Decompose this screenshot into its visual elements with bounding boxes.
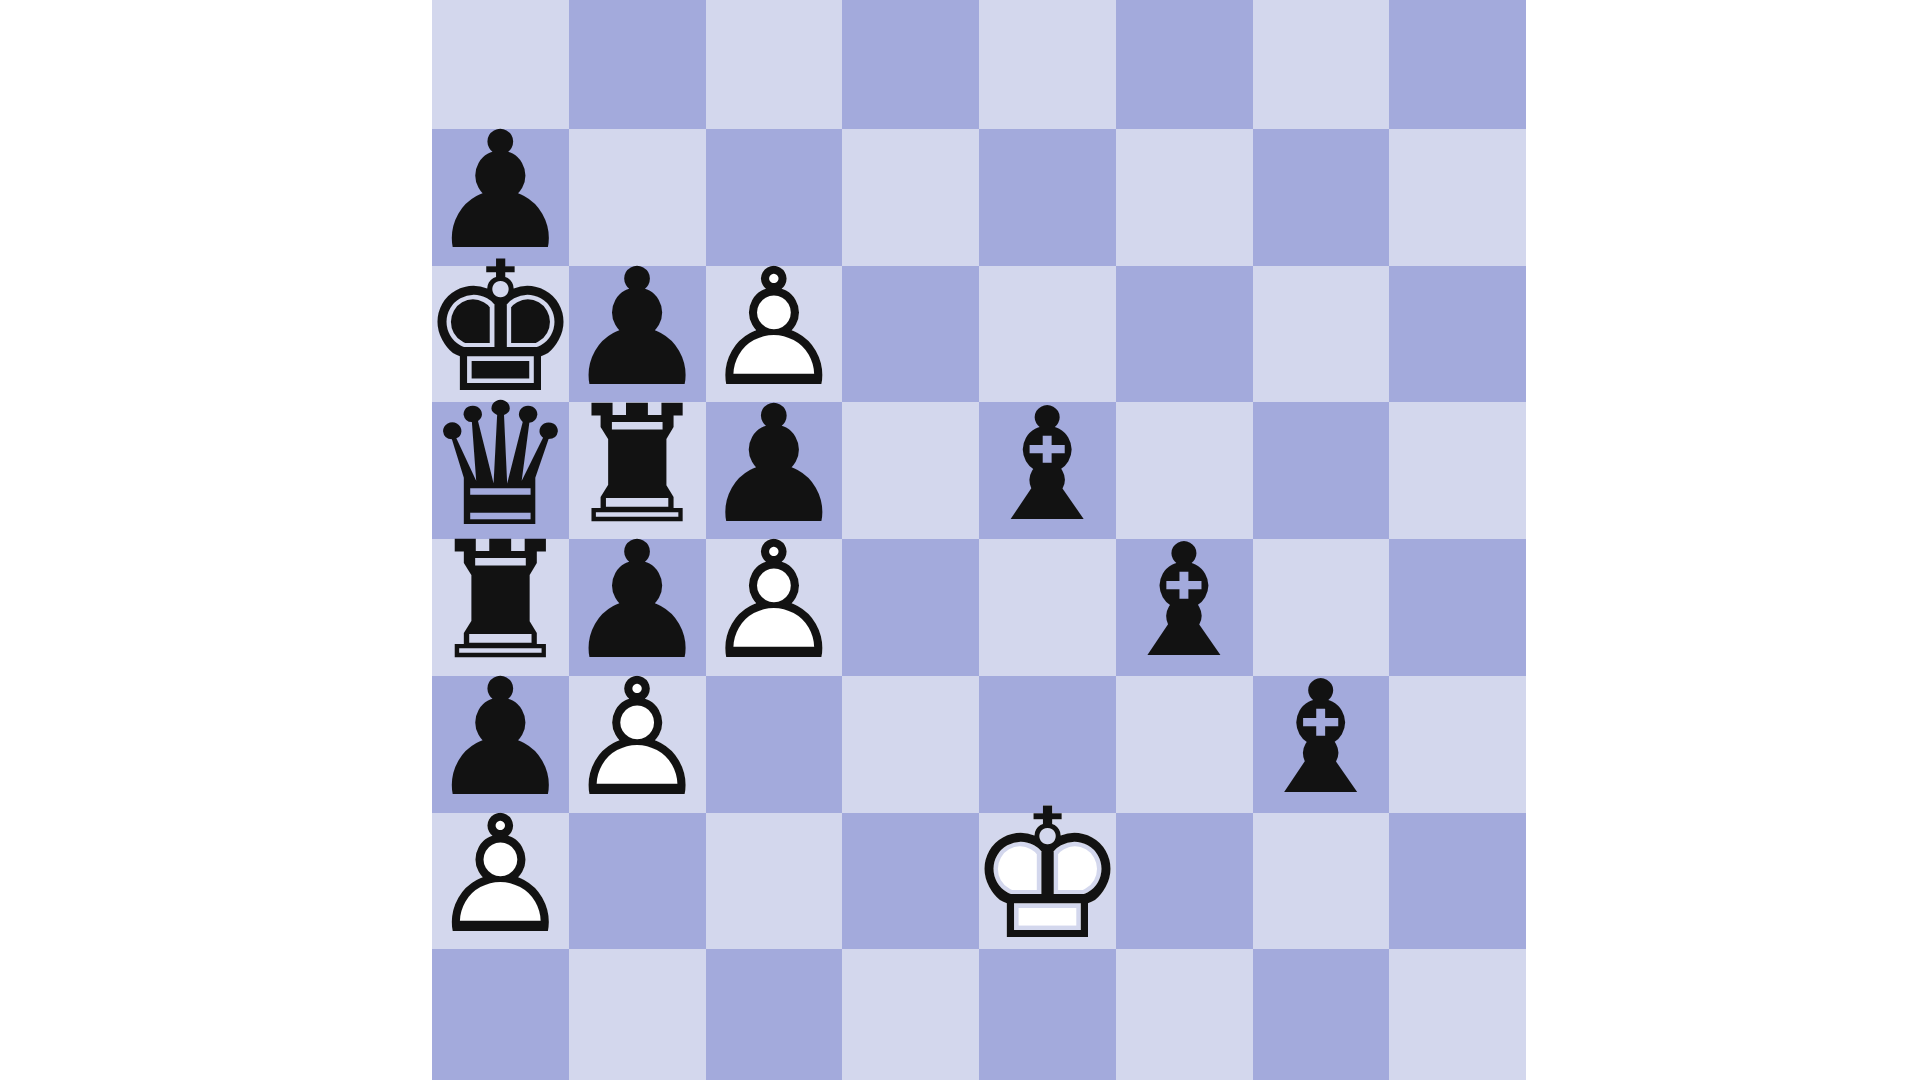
square-f1[interactable] <box>1116 949 1253 1080</box>
square-c2[interactable] <box>706 813 843 950</box>
square-d8[interactable] <box>842 0 979 129</box>
square-d2[interactable] <box>842 813 979 950</box>
square-g8[interactable] <box>1253 0 1390 129</box>
square-h6[interactable] <box>1389 266 1526 403</box>
square-d3[interactable] <box>842 676 979 813</box>
white-pawn-outline: ♙ <box>706 533 843 670</box>
square-f8[interactable] <box>1116 0 1253 129</box>
square-d4[interactable] <box>842 539 979 676</box>
square-d1[interactable] <box>842 949 979 1080</box>
square-h8[interactable] <box>1389 0 1526 129</box>
square-f3[interactable] <box>1116 676 1253 813</box>
square-h7[interactable] <box>1389 129 1526 266</box>
piece-black-bishop[interactable]: ♝ <box>1116 533 1253 670</box>
piece-black-bishop[interactable]: ♝ <box>979 396 1116 533</box>
square-c8[interactable] <box>706 0 843 129</box>
square-b2[interactable] <box>569 813 706 950</box>
square-e4[interactable] <box>979 539 1116 676</box>
square-d6[interactable] <box>842 266 979 403</box>
square-h2[interactable] <box>1389 813 1526 950</box>
square-e2[interactable]: ♚♔ <box>979 813 1116 950</box>
square-c1[interactable] <box>706 949 843 1080</box>
square-g1[interactable] <box>1253 949 1390 1080</box>
white-pawn-outline: ♙ <box>432 807 569 944</box>
square-b3[interactable]: ♟♙ <box>569 676 706 813</box>
square-c3[interactable] <box>706 676 843 813</box>
square-d7[interactable] <box>842 129 979 266</box>
square-f7[interactable] <box>1116 129 1253 266</box>
square-b1[interactable] <box>569 949 706 1080</box>
square-b8[interactable] <box>569 0 706 129</box>
square-g3[interactable]: ♝ <box>1253 676 1390 813</box>
square-e1[interactable] <box>979 949 1116 1080</box>
square-f4[interactable]: ♝ <box>1116 539 1253 676</box>
square-e5[interactable]: ♝ <box>979 402 1116 539</box>
piece-white-pawn[interactable]: ♟♙ <box>432 807 569 944</box>
piece-white-king[interactable]: ♚♔ <box>979 807 1116 944</box>
square-h5[interactable] <box>1389 402 1526 539</box>
square-e8[interactable] <box>979 0 1116 129</box>
piece-white-pawn[interactable]: ♟♙ <box>706 533 843 670</box>
square-g5[interactable] <box>1253 402 1390 539</box>
square-h4[interactable] <box>1389 539 1526 676</box>
piece-black-bishop[interactable]: ♝ <box>1253 670 1390 807</box>
square-g7[interactable] <box>1253 129 1390 266</box>
square-f6[interactable] <box>1116 266 1253 403</box>
chess-board: ♟♚♟♟♙♛♜♟♝♜♟♟♙♝♟♟♙♝♟♙♚♔ <box>432 0 1526 1080</box>
square-d5[interactable] <box>842 402 979 539</box>
square-a2[interactable]: ♟♙ <box>432 813 569 950</box>
square-g6[interactable] <box>1253 266 1390 403</box>
square-e7[interactable] <box>979 129 1116 266</box>
white-king-outline: ♔ <box>979 807 1116 944</box>
page: ♟♚♟♟♙♛♜♟♝♜♟♟♙♝♟♟♙♝♟♙♚♔ <box>0 0 1920 1080</box>
square-g2[interactable] <box>1253 813 1390 950</box>
piece-white-pawn[interactable]: ♟♙ <box>569 670 706 807</box>
square-a1[interactable] <box>432 949 569 1080</box>
square-c4[interactable]: ♟♙ <box>706 539 843 676</box>
white-pawn-outline: ♙ <box>569 670 706 807</box>
square-h3[interactable] <box>1389 676 1526 813</box>
square-h1[interactable] <box>1389 949 1526 1080</box>
square-f2[interactable] <box>1116 813 1253 950</box>
